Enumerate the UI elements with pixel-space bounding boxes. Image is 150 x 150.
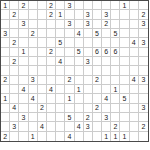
cell-r5-c11[interactable] — [93, 38, 102, 47]
clue-cell-r3-c10[interactable]: 3 — [84, 20, 93, 29]
cell-r13-c13[interactable] — [111, 113, 120, 122]
cell-r10-c8[interactable] — [65, 85, 74, 94]
cell-r11-c7[interactable] — [56, 94, 65, 103]
cell-r14-c15[interactable] — [130, 122, 139, 131]
cell-r15-c2[interactable] — [10, 132, 19, 141]
cell-r3-c2[interactable] — [10, 20, 19, 29]
clue-cell-r2-c6[interactable]: 2 — [47, 10, 56, 19]
clue-cell-r4-c13[interactable]: 5 — [111, 29, 120, 38]
cell-r7-c16[interactable] — [139, 57, 148, 66]
cell-r11-c16[interactable] — [139, 94, 148, 103]
clue-cell-r3-c3[interactable]: 3 — [19, 20, 28, 29]
cell-r15-c9[interactable] — [75, 132, 84, 141]
cell-r12-c9[interactable] — [75, 104, 84, 113]
cell-r1-c15[interactable] — [130, 1, 139, 10]
cell-r2-c11[interactable] — [93, 10, 102, 19]
cell-r15-c7[interactable] — [56, 132, 65, 141]
cell-r3-c9[interactable] — [75, 20, 84, 29]
clue-cell-r15-c8[interactable]: 4 — [65, 132, 74, 141]
cell-r10-c12[interactable] — [102, 85, 111, 94]
cell-r15-c11[interactable] — [93, 132, 102, 141]
cell-r3-c15[interactable] — [130, 20, 139, 29]
clue-cell-r14-c9[interactable]: 4 — [75, 122, 84, 131]
cell-r2-c5[interactable] — [38, 10, 47, 19]
cell-r7-c13[interactable] — [111, 57, 120, 66]
cell-r6-c8[interactable] — [65, 48, 74, 57]
cell-r8-c2[interactable] — [10, 66, 19, 75]
clue-cell-r7-c10[interactable]: 3 — [84, 57, 93, 66]
clue-cell-r7-c7[interactable]: 4 — [56, 57, 65, 66]
cell-r7-c8[interactable] — [65, 57, 74, 66]
clue-cell-r15-c12[interactable]: 1 — [102, 132, 111, 141]
cell-r13-c5[interactable] — [38, 113, 47, 122]
clue-cell-r6-c11[interactable]: 6 — [93, 48, 102, 57]
cell-r15-c5[interactable] — [38, 132, 47, 141]
clue-cell-r4-c9[interactable]: 4 — [75, 29, 84, 38]
cell-r2-c3[interactable] — [19, 10, 28, 19]
cell-r14-c3[interactable] — [19, 122, 28, 131]
cell-r10-c11[interactable] — [93, 85, 102, 94]
clue-cell-r1-c3[interactable]: 2 — [19, 1, 28, 10]
cell-r8-c3[interactable] — [19, 66, 28, 75]
cell-r10-c2[interactable] — [10, 85, 19, 94]
cell-r14-c11[interactable] — [93, 122, 102, 131]
cell-r14-c7[interactable] — [56, 122, 65, 131]
cell-r6-c1[interactable] — [1, 48, 10, 57]
cell-r8-c11[interactable] — [93, 66, 102, 75]
cell-r3-c4[interactable] — [29, 20, 38, 29]
cell-r4-c12[interactable] — [102, 29, 111, 38]
cell-r12-c10[interactable] — [84, 104, 93, 113]
cell-r6-c14[interactable] — [120, 48, 129, 57]
clue-cell-r2-c16[interactable]: 2 — [139, 10, 148, 19]
cell-r13-c11[interactable] — [93, 113, 102, 122]
clue-cell-r11-c4[interactable]: 4 — [29, 94, 38, 103]
cell-r8-c8[interactable] — [65, 66, 74, 75]
cell-r9-c7[interactable] — [56, 76, 65, 85]
cell-r12-c15[interactable] — [130, 104, 139, 113]
cell-r15-c15[interactable] — [130, 132, 139, 141]
cell-r4-c3[interactable] — [19, 29, 28, 38]
cell-r3-c13[interactable] — [111, 20, 120, 29]
clue-cell-r15-c1[interactable]: 2 — [1, 132, 10, 141]
clue-cell-r11-c1[interactable]: 1 — [1, 94, 10, 103]
cell-r15-c16[interactable] — [139, 132, 148, 141]
clue-cell-r14-c16[interactable]: 2 — [139, 122, 148, 131]
cell-r10-c4[interactable] — [29, 85, 38, 94]
cell-r13-c16[interactable] — [139, 113, 148, 122]
cell-r2-c14[interactable] — [120, 10, 129, 19]
cell-r14-c8[interactable] — [65, 122, 74, 131]
clue-cell-r10-c13[interactable]: 1 — [111, 85, 120, 94]
cell-r4-c16[interactable] — [139, 29, 148, 38]
cell-r6-c4[interactable] — [29, 48, 38, 57]
cell-r12-c13[interactable] — [111, 104, 120, 113]
cell-r1-c10[interactable] — [84, 1, 93, 10]
clue-cell-r7-c2[interactable]: 2 — [10, 57, 19, 66]
clue-cell-r6-c12[interactable]: 6 — [102, 48, 111, 57]
cell-r5-c8[interactable] — [65, 38, 74, 47]
cell-r6-c2[interactable] — [10, 48, 19, 57]
clue-cell-r9-c1[interactable]: 2 — [1, 76, 10, 85]
clue-cell-r12-c11[interactable]: 2 — [93, 104, 102, 113]
cell-r5-c12[interactable] — [102, 38, 111, 47]
cell-r8-c9[interactable] — [75, 66, 84, 75]
cell-r13-c15[interactable] — [130, 113, 139, 122]
clue-cell-r1-c6[interactable]: 2 — [47, 1, 56, 10]
cell-r9-c10[interactable] — [84, 76, 93, 85]
clue-cell-r6-c9[interactable]: 5 — [75, 48, 84, 57]
cell-r3-c7[interactable] — [56, 20, 65, 29]
cell-r10-c14[interactable] — [120, 85, 129, 94]
cell-r9-c14[interactable] — [120, 76, 129, 85]
cell-r12-c4[interactable] — [29, 104, 38, 113]
clue-cell-r13-c12[interactable]: 3 — [102, 113, 111, 122]
cell-r6-c10[interactable] — [84, 48, 93, 57]
clue-cell-r11-c12[interactable]: 4 — [102, 94, 111, 103]
cell-r13-c14[interactable] — [120, 113, 129, 122]
clue-cell-r15-c4[interactable]: 1 — [29, 132, 38, 141]
cell-r1-c12[interactable] — [102, 1, 111, 10]
cell-r11-c13[interactable] — [111, 94, 120, 103]
cell-r10-c10[interactable] — [84, 85, 93, 94]
cell-r8-c1[interactable] — [1, 66, 10, 75]
cell-r5-c6[interactable] — [47, 38, 56, 47]
cell-r14-c1[interactable] — [1, 122, 10, 131]
cell-r14-c6[interactable] — [47, 122, 56, 131]
cell-r12-c6[interactable] — [47, 104, 56, 113]
cell-r10-c15[interactable] — [130, 85, 139, 94]
clue-cell-r14-c10[interactable]: 3 — [84, 122, 93, 131]
cell-r15-c10[interactable] — [84, 132, 93, 141]
cell-r8-c10[interactable] — [84, 66, 93, 75]
cell-r4-c10[interactable] — [84, 29, 93, 38]
cell-r9-c3[interactable] — [19, 76, 28, 85]
cell-r1-c13[interactable] — [111, 1, 120, 10]
clue-cell-r9-c8[interactable]: 2 — [65, 76, 74, 85]
cell-r11-c3[interactable] — [19, 94, 28, 103]
cell-r10-c5[interactable] — [38, 85, 47, 94]
cell-r5-c9[interactable] — [75, 38, 84, 47]
cell-r7-c4[interactable] — [29, 57, 38, 66]
cell-r8-c7[interactable] — [56, 66, 65, 75]
cell-r4-c7[interactable] — [56, 29, 65, 38]
cell-r9-c6[interactable] — [47, 76, 56, 85]
cell-r7-c5[interactable] — [38, 57, 47, 66]
cell-r4-c15[interactable] — [130, 29, 139, 38]
cell-r12-c1[interactable] — [1, 104, 10, 113]
cell-r11-c2[interactable] — [10, 94, 19, 103]
clue-cell-r10-c9[interactable]: 1 — [75, 85, 84, 94]
cell-r7-c6[interactable] — [47, 57, 56, 66]
clue-cell-r15-c14[interactable]: 1 — [120, 132, 129, 141]
puzzle-screenshot: 1223122133233323324552543125666243232243… — [0, 0, 150, 150]
cell-r5-c1[interactable] — [1, 38, 10, 47]
cell-r7-c3[interactable] — [19, 57, 28, 66]
clue-cell-r5-c7[interactable]: 5 — [56, 38, 65, 47]
cell-r9-c5[interactable] — [38, 76, 47, 85]
cell-r9-c2[interactable] — [10, 76, 19, 85]
cell-r7-c12[interactable] — [102, 57, 111, 66]
cell-r3-c11[interactable] — [93, 20, 102, 29]
cell-r8-c6[interactable] — [47, 66, 56, 75]
clue-cell-r12-c5[interactable]: 2 — [38, 104, 47, 113]
cell-r2-c1[interactable] — [1, 10, 10, 19]
cell-r9-c13[interactable] — [111, 76, 120, 85]
clue-cell-r13-c3[interactable]: 3 — [19, 113, 28, 122]
cell-r11-c15[interactable] — [130, 94, 139, 103]
cell-r11-c10[interactable] — [84, 94, 93, 103]
cell-r3-c6[interactable] — [47, 20, 56, 29]
clue-cell-r13-c8[interactable]: 5 — [65, 113, 74, 122]
cell-r2-c8[interactable] — [65, 10, 74, 19]
cell-r8-c14[interactable] — [120, 66, 129, 75]
cell-r2-c15[interactable] — [130, 10, 139, 19]
puzzle-board: 1223122133233323324552543125666243232243… — [0, 0, 149, 142]
clue-cell-r6-c6[interactable]: 2 — [47, 48, 56, 57]
cell-r1-c4[interactable] — [29, 1, 38, 10]
cell-r6-c16[interactable] — [139, 48, 148, 57]
clue-cell-r12-c2[interactable]: 4 — [10, 104, 19, 113]
cell-r12-c12[interactable] — [102, 104, 111, 113]
clue-cell-r9-c11[interactable]: 2 — [93, 76, 102, 85]
cell-r13-c7[interactable] — [56, 113, 65, 122]
cell-r12-c7[interactable] — [56, 104, 65, 113]
clue-cell-r2-c12[interactable]: 3 — [102, 10, 111, 19]
cell-r12-c8[interactable] — [65, 104, 74, 113]
cell-r5-c4[interactable] — [29, 38, 38, 47]
clue-cell-r10-c6[interactable]: 4 — [47, 85, 56, 94]
cell-r2-c9[interactable] — [75, 10, 84, 19]
cell-r11-c9[interactable] — [75, 94, 84, 103]
cell-r5-c5[interactable] — [38, 38, 47, 47]
cell-r4-c6[interactable] — [47, 29, 56, 38]
clue-cell-r12-c16[interactable]: 3 — [139, 104, 148, 113]
cell-r6-c15[interactable] — [130, 48, 139, 57]
cell-r1-c5[interactable] — [38, 1, 47, 10]
cell-r13-c2[interactable] — [10, 113, 19, 122]
cell-r1-c7[interactable] — [56, 1, 65, 10]
clue-cell-r15-c13[interactable]: 1 — [111, 132, 120, 141]
cell-r13-c6[interactable] — [47, 113, 56, 122]
cell-r13-c1[interactable] — [1, 113, 10, 122]
clue-cell-r5-c15[interactable]: 4 — [130, 38, 139, 47]
clue-cell-r9-c15[interactable]: 4 — [130, 76, 139, 85]
cell-r9-c12[interactable] — [102, 76, 111, 85]
cell-r6-c7[interactable] — [56, 48, 65, 57]
cell-r7-c1[interactable] — [1, 57, 10, 66]
cell-r1-c2[interactable] — [10, 1, 19, 10]
clue-cell-r5-c16[interactable]: 3 — [139, 38, 148, 47]
cell-r8-c13[interactable] — [111, 66, 120, 75]
clue-cell-r13-c10[interactable]: 2 — [84, 113, 93, 122]
cell-r13-c9[interactable] — [75, 113, 84, 122]
cell-r11-c5[interactable] — [38, 94, 47, 103]
cell-r8-c5[interactable] — [38, 66, 47, 75]
cell-r8-c12[interactable] — [102, 66, 111, 75]
cell-r10-c7[interactable] — [56, 85, 65, 94]
cell-r7-c11[interactable] — [93, 57, 102, 66]
clue-cell-r1-c8[interactable]: 3 — [65, 1, 74, 10]
clue-cell-r10-c3[interactable]: 4 — [19, 85, 28, 94]
cell-r5-c10[interactable] — [84, 38, 93, 47]
cell-r11-c6[interactable] — [47, 94, 56, 103]
clue-cell-r6-c3[interactable]: 1 — [19, 48, 28, 57]
cell-r6-c5[interactable] — [38, 48, 47, 57]
cell-r5-c3[interactable] — [19, 38, 28, 47]
cell-r15-c3[interactable] — [19, 132, 28, 141]
clue-cell-r4-c1[interactable]: 3 — [1, 29, 10, 38]
cell-r8-c4[interactable] — [29, 66, 38, 75]
cell-r8-c15[interactable] — [130, 66, 139, 75]
cell-r5-c13[interactable] — [111, 38, 120, 47]
clue-cell-r14-c5[interactable]: 4 — [38, 122, 47, 131]
cell-r12-c14[interactable] — [120, 104, 129, 113]
clue-cell-r9-c16[interactable]: 3 — [139, 76, 148, 85]
cell-r3-c5[interactable] — [38, 20, 47, 29]
cell-r1-c16[interactable] — [139, 1, 148, 10]
cell-r8-c16[interactable] — [139, 66, 148, 75]
cell-r7-c14[interactable] — [120, 57, 129, 66]
cell-r1-c9[interactable] — [75, 1, 84, 10]
cell-r11-c11[interactable] — [93, 94, 102, 103]
cell-r7-c9[interactable] — [75, 57, 84, 66]
cell-r2-c4[interactable] — [29, 10, 38, 19]
clue-cell-r14-c13[interactable]: 2 — [111, 122, 120, 131]
cell-r14-c12[interactable] — [102, 122, 111, 131]
cell-r4-c8[interactable] — [65, 29, 74, 38]
clue-cell-r2-c7[interactable]: 1 — [56, 10, 65, 19]
clue-cell-r5-c2[interactable]: 2 — [10, 38, 19, 47]
cell-r14-c14[interactable] — [120, 122, 129, 131]
clue-cell-r2-c2[interactable]: 2 — [10, 10, 19, 19]
clue-cell-r3-c12[interactable]: 2 — [102, 20, 111, 29]
cell-r3-c14[interactable] — [120, 20, 129, 29]
cell-r1-c11[interactable] — [93, 1, 102, 10]
clue-cell-r11-c14[interactable]: 5 — [120, 94, 129, 103]
cell-r4-c14[interactable] — [120, 29, 129, 38]
clue-cell-r3-c16[interactable]: 3 — [139, 20, 148, 29]
cell-r4-c5[interactable] — [38, 29, 47, 38]
clue-cell-r11-c8[interactable]: 1 — [65, 94, 74, 103]
cell-r10-c1[interactable] — [1, 85, 10, 94]
clue-cell-r4-c11[interactable]: 5 — [93, 29, 102, 38]
clue-cell-r1-c1[interactable]: 1 — [1, 1, 10, 10]
clue-cell-r1-c14[interactable]: 1 — [120, 1, 129, 10]
cell-r13-c4[interactable] — [29, 113, 38, 122]
cell-r14-c4[interactable] — [29, 122, 38, 131]
cell-r12-c3[interactable] — [19, 104, 28, 113]
cell-r3-c1[interactable] — [1, 20, 10, 29]
cell-r15-c6[interactable] — [47, 132, 56, 141]
cell-r7-c15[interactable] — [130, 57, 139, 66]
cell-r10-c16[interactable] — [139, 85, 148, 94]
clue-cell-r6-c13[interactable]: 6 — [111, 48, 120, 57]
clue-cell-r3-c8[interactable]: 3 — [65, 20, 74, 29]
clue-cell-r14-c2[interactable]: 3 — [10, 122, 19, 131]
cell-r5-c14[interactable] — [120, 38, 129, 47]
clue-cell-r4-c4[interactable]: 2 — [29, 29, 38, 38]
cell-r9-c9[interactable] — [75, 76, 84, 85]
clue-cell-r2-c10[interactable]: 3 — [84, 10, 93, 19]
cell-r2-c13[interactable] — [111, 10, 120, 19]
cell-r4-c2[interactable] — [10, 29, 19, 38]
clue-cell-r9-c4[interactable]: 3 — [29, 76, 38, 85]
